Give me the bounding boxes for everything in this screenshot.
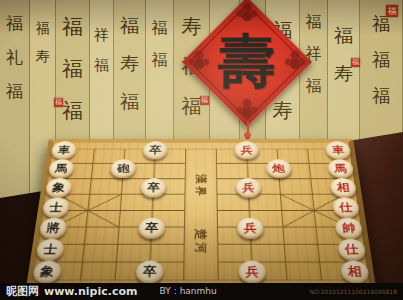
piece-black-cannon[interactable]: 砲 <box>110 160 136 179</box>
piece-red-chariot[interactable]: 車 <box>325 141 352 159</box>
piece-red-horse[interactable]: 馬 <box>327 160 354 179</box>
piece-black-soldier[interactable]: 卒 <box>136 261 164 284</box>
piece-black-chariot[interactable]: 車 <box>50 141 77 159</box>
piece-black-elephant[interactable]: 象 <box>45 178 73 197</box>
site-url: www.nipic.com <box>44 285 137 298</box>
piece-black-soldier[interactable]: 卒 <box>143 141 168 159</box>
piece-black-elephant[interactable]: 象 <box>32 261 62 284</box>
red-seal-icon: 福 <box>351 58 360 67</box>
piece-red-elephant[interactable]: 相 <box>340 261 370 284</box>
piece-red-cannon[interactable]: 炮 <box>266 160 292 179</box>
site-logo: 昵图网 <box>6 284 39 299</box>
piece-black-soldier[interactable]: 卒 <box>138 218 165 239</box>
serial-number: NO:20101211100219095818 <box>310 288 397 295</box>
piece-grid: 車 卒 兵 車 馬 砲 炮 馬 象 卒 兵 相 士 仕 將 卒 兵 帥 士 仕 … <box>27 141 374 289</box>
red-seal-icon: 福 <box>386 5 398 17</box>
piece-red-soldier[interactable]: 兵 <box>236 178 262 197</box>
xiangqi-board: 漢界 楚河 車 卒 兵 車 馬 砲 炮 馬 象 卒 兵 相 士 仕 將 卒 兵 … <box>24 139 378 300</box>
piece-red-elephant[interactable]: 相 <box>330 178 358 197</box>
longevity-banner: 壽 <box>182 0 312 127</box>
piece-black-soldier[interactable]: 卒 <box>140 178 166 197</box>
piece-red-advisor[interactable]: 仕 <box>337 239 367 261</box>
red-seal-icon: 福 <box>54 98 63 107</box>
piece-black-general[interactable]: 將 <box>39 218 68 239</box>
piece-black-advisor[interactable]: 士 <box>42 198 70 218</box>
watermark-bar: 昵图网 www.nipic.com BY：hanmhu NO:201012111… <box>0 283 403 300</box>
piece-black-advisor[interactable]: 士 <box>35 239 65 261</box>
piece-red-general[interactable]: 帥 <box>334 218 363 239</box>
piece-red-soldier[interactable]: 兵 <box>238 261 266 284</box>
piece-red-soldier[interactable]: 兵 <box>234 141 259 159</box>
piece-red-advisor[interactable]: 仕 <box>332 198 360 218</box>
banner-character: 壽 <box>201 16 293 108</box>
piece-red-soldier[interactable]: 兵 <box>237 218 264 239</box>
piece-black-horse[interactable]: 馬 <box>48 160 75 179</box>
author-credit: BY：hanmhu <box>159 285 216 298</box>
photo-root: 福 礼 福 福 寿 福 福 福 祥 福 福 寿 福 福 福 寿 福 福 福 福 … <box>0 0 403 300</box>
